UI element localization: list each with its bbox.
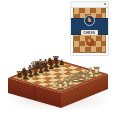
knight-emblem-icon: ♞ — [84, 15, 95, 26]
box-title-plate: CHESS — [81, 30, 98, 36]
box-round-sticker — [86, 38, 94, 46]
chess-piece-black-p[interactable]: ♟ — [22, 73, 29, 81]
emblem-piece-glyph: ♞ — [86, 17, 92, 24]
chess-piece-white-r[interactable]: ♜ — [56, 81, 65, 91]
box-title: CHESS — [84, 31, 96, 34]
board-fold-seam-front — [35, 86, 36, 101]
box-brand-mark — [104, 3, 106, 5]
chess-retail-box: ♞ CHESS — [70, 1, 109, 56]
box-lid — [71, 2, 108, 8]
product-photo: ♞ CHESS ♜♞♝♛♚♝♞♜♟♟♟♟♟♟♟♟♟♟♟♟♟♟♟♟♜♞♝♛♚♝♞♜ — [0, 0, 120, 120]
